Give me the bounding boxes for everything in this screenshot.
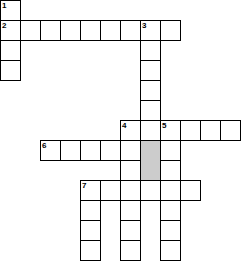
crossword-grid: 1234567 [0,0,241,261]
cell-r7c5[interactable] [100,140,121,161]
cell-r1c3[interactable] [60,20,81,41]
cell-r6c7[interactable] [140,120,161,141]
cell-r7c3[interactable] [60,140,81,161]
cell-r9c7[interactable] [140,180,161,201]
cell-r1c8[interactable] [160,20,181,41]
cell-r6c9[interactable] [180,120,201,141]
cell-r3c7[interactable] [140,60,161,81]
cell-r12c4[interactable] [80,240,101,261]
cell-r9c8[interactable] [160,180,181,201]
cell-r6c6[interactable] [120,120,141,141]
cell-r1c4[interactable] [80,20,101,41]
cell-r6c11[interactable] [220,120,241,141]
cell-r12c6[interactable] [120,240,141,261]
cell-r3c0[interactable] [0,60,21,81]
cell-r12c8[interactable] [160,240,181,261]
cell-r9c9[interactable] [180,180,201,201]
cell-r1c7[interactable] [140,20,161,41]
cell-r10c4[interactable] [80,200,101,221]
cell-r7c2[interactable] [40,140,61,161]
cell-r2c7[interactable] [140,40,161,61]
cell-r7c6[interactable] [120,140,141,161]
cell-r9c5[interactable] [100,180,121,201]
cell-r5c7[interactable] [140,100,161,121]
cell-r0c0[interactable] [0,0,21,21]
cell-r11c4[interactable] [80,220,101,241]
cell-r1c1[interactable] [20,20,41,41]
cell-r11c6[interactable] [120,220,141,241]
cell-r1c5[interactable] [100,20,121,41]
shaded-cell-r7c7[interactable] [140,140,161,181]
cell-r7c4[interactable] [80,140,101,161]
cell-r10c6[interactable] [120,200,141,221]
cell-r11c8[interactable] [160,220,181,241]
cell-r6c8[interactable] [160,120,181,141]
cell-r8c6[interactable] [120,160,141,181]
cell-r10c8[interactable] [160,200,181,221]
cell-r7c8[interactable] [160,140,181,161]
cell-r1c0[interactable] [0,20,21,41]
cell-r8c8[interactable] [160,160,181,181]
cell-r6c10[interactable] [200,120,221,141]
cell-r9c6[interactable] [120,180,141,201]
cell-r9c4[interactable] [80,180,101,201]
cell-r1c2[interactable] [40,20,61,41]
cell-r2c0[interactable] [0,40,21,61]
cell-r4c7[interactable] [140,80,161,101]
cell-r1c6[interactable] [120,20,141,41]
